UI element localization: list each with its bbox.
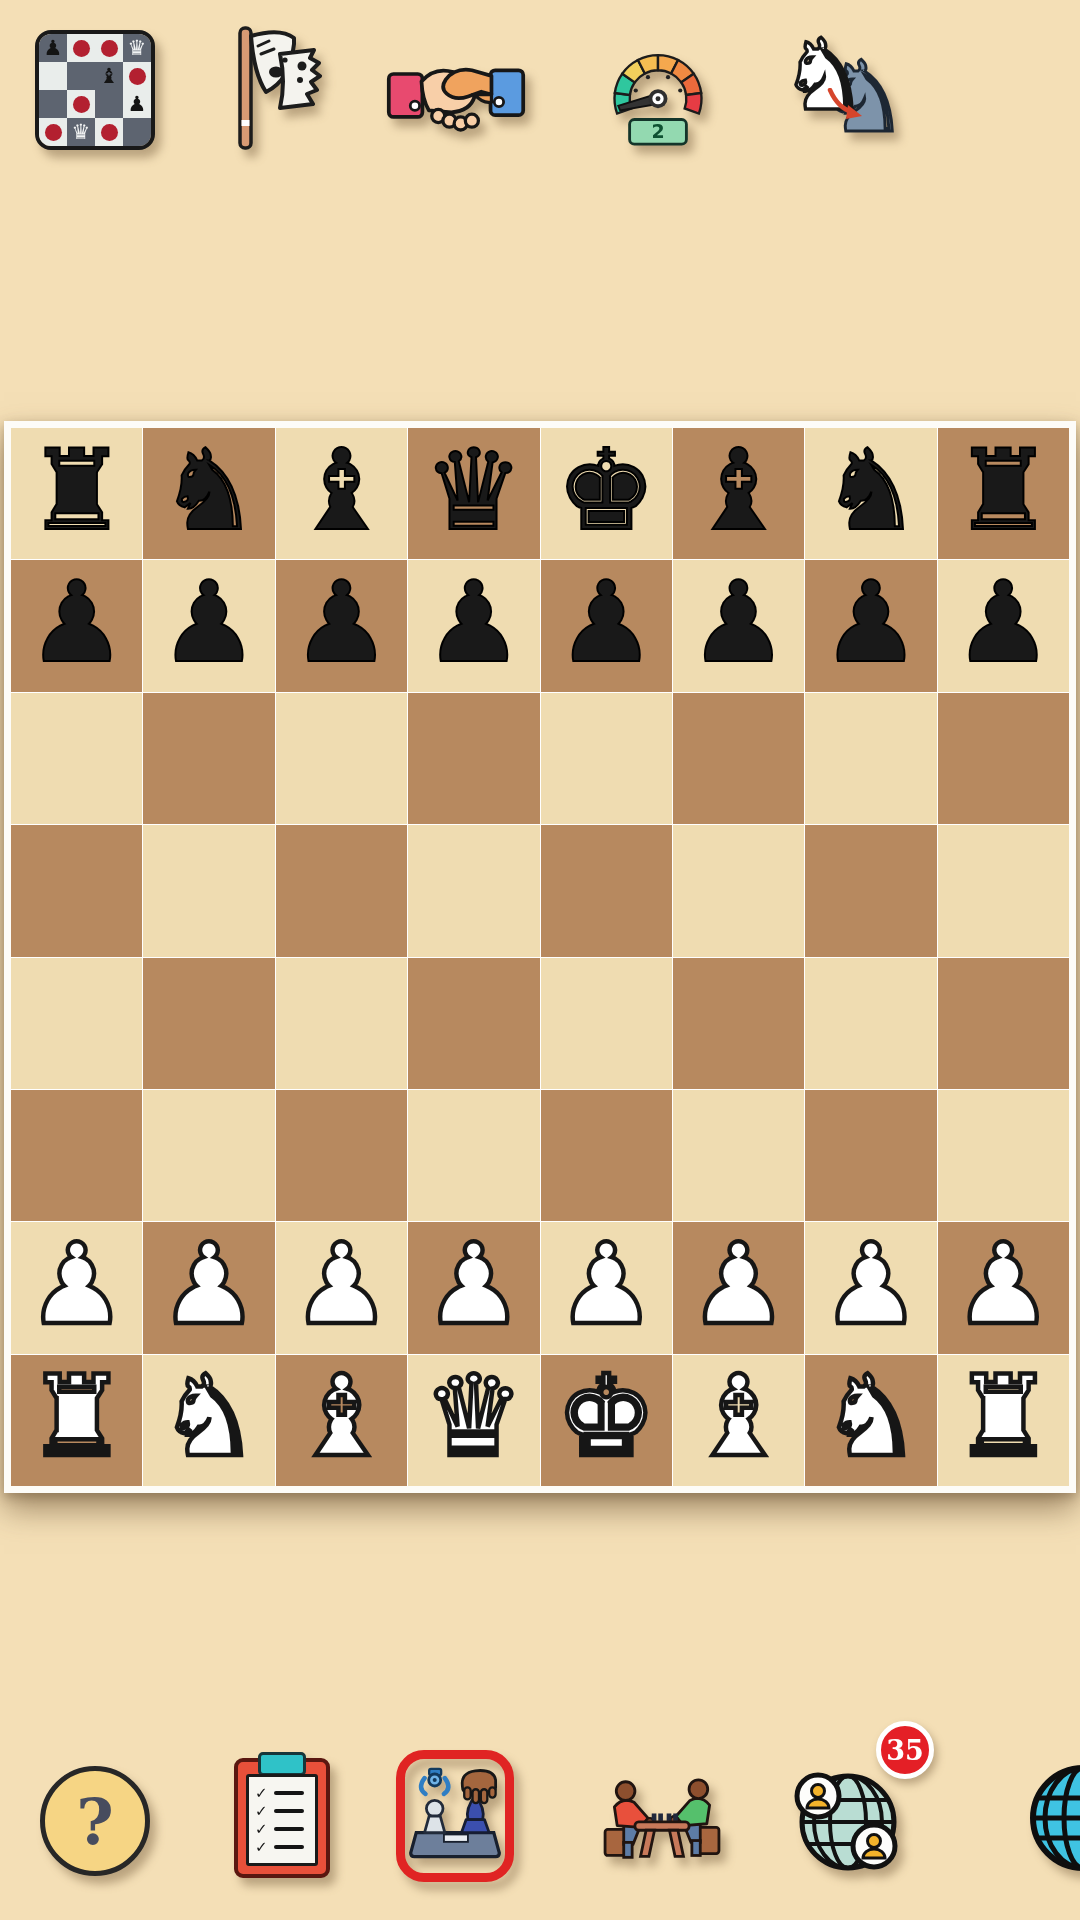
mini-cell: ♝ bbox=[95, 62, 123, 90]
square-g2[interactable]: ♟ bbox=[805, 1222, 936, 1353]
white-knight: ♞ bbox=[159, 1360, 259, 1472]
square-c2[interactable]: ♟ bbox=[276, 1222, 407, 1353]
mini-cell: ♛ bbox=[67, 118, 95, 146]
black-pawn: ♟ bbox=[953, 566, 1053, 678]
switch-sides-button[interactable]: ♞ ♞ bbox=[780, 26, 906, 148]
red-dot-icon bbox=[45, 124, 62, 141]
square-h5[interactable] bbox=[938, 825, 1069, 956]
mini-cell bbox=[39, 118, 67, 146]
mini-cell bbox=[67, 34, 95, 62]
square-c8[interactable]: ♝ bbox=[276, 428, 407, 559]
square-e8[interactable]: ♚ bbox=[541, 428, 672, 559]
square-a3[interactable] bbox=[11, 1090, 142, 1221]
resign-button[interactable] bbox=[222, 22, 330, 158]
mini-cell: ♛ bbox=[123, 34, 151, 62]
handshake-icon bbox=[386, 46, 526, 144]
square-g8[interactable]: ♞ bbox=[805, 428, 936, 559]
square-a1[interactable]: ♜ bbox=[11, 1355, 142, 1486]
mini-cell: ♟ bbox=[39, 34, 67, 62]
square-c1[interactable]: ♝ bbox=[276, 1355, 407, 1486]
black-pawn: ♟ bbox=[688, 566, 788, 678]
mini-pawn-icon: ♟ bbox=[128, 94, 147, 115]
square-f2[interactable]: ♟ bbox=[673, 1222, 804, 1353]
black-bishop: ♝ bbox=[688, 434, 788, 546]
clipboard-clip bbox=[258, 1752, 306, 1776]
square-e4[interactable] bbox=[541, 958, 672, 1089]
mini-cell bbox=[95, 118, 123, 146]
square-c5[interactable] bbox=[276, 825, 407, 956]
hand-vs-robot-chess-icon bbox=[407, 1763, 503, 1869]
red-dot-icon bbox=[129, 68, 146, 85]
square-b6[interactable] bbox=[143, 693, 274, 824]
square-e3[interactable] bbox=[541, 1090, 672, 1221]
black-bishop: ♝ bbox=[291, 434, 391, 546]
board-puzzle-button[interactable]: ♟♛♝♟♛ bbox=[35, 30, 155, 150]
square-d1[interactable]: ♛ bbox=[408, 1355, 539, 1486]
black-queen: ♛ bbox=[424, 434, 524, 546]
square-g5[interactable] bbox=[805, 825, 936, 956]
speed-gauge-icon: 2 bbox=[600, 40, 716, 146]
square-a4[interactable] bbox=[11, 958, 142, 1089]
globe-icon bbox=[1026, 1763, 1080, 1873]
square-d4[interactable] bbox=[408, 958, 539, 1089]
black-pawn: ♟ bbox=[556, 566, 656, 678]
white-rook: ♜ bbox=[953, 1360, 1053, 1472]
square-g1[interactable]: ♞ bbox=[805, 1355, 936, 1486]
square-c6[interactable] bbox=[276, 693, 407, 824]
online-count-badge: 35 bbox=[876, 1721, 934, 1779]
red-dot-icon bbox=[73, 96, 90, 113]
square-g3[interactable] bbox=[805, 1090, 936, 1221]
mini-cell bbox=[123, 118, 151, 146]
white-pawn: ♟ bbox=[26, 1228, 126, 1340]
white-pawn: ♟ bbox=[291, 1228, 391, 1340]
chess-board-frame: ♜♞♝♛♚♝♞♜♟♟♟♟♟♟♟♟♟♟♟♟♟♟♟♟♜♞♝♛♚♝♞♜ bbox=[4, 421, 1076, 1493]
white-pawn: ♟ bbox=[688, 1228, 788, 1340]
square-b4[interactable] bbox=[143, 958, 274, 1089]
mini-crown-icon: ♛ bbox=[72, 122, 91, 143]
white-pawn: ♟ bbox=[953, 1228, 1053, 1340]
square-h4[interactable] bbox=[938, 958, 1069, 1089]
square-h6[interactable] bbox=[938, 693, 1069, 824]
help-button[interactable]: ? bbox=[40, 1766, 150, 1876]
square-f6[interactable] bbox=[673, 693, 804, 824]
black-pawn: ♟ bbox=[159, 566, 259, 678]
offer-draw-button[interactable] bbox=[386, 46, 526, 148]
swap-arrow-icon bbox=[826, 88, 866, 122]
black-knight: ♞ bbox=[821, 434, 921, 546]
mini-cell: ♟ bbox=[123, 90, 151, 118]
black-pawn: ♟ bbox=[424, 566, 524, 678]
square-b1[interactable]: ♞ bbox=[143, 1355, 274, 1486]
black-knight: ♞ bbox=[159, 434, 259, 546]
square-b8[interactable]: ♞ bbox=[143, 428, 274, 559]
question-mark-icon: ? bbox=[40, 1766, 150, 1876]
square-g7[interactable]: ♟ bbox=[805, 560, 936, 691]
white-rook: ♜ bbox=[26, 1360, 126, 1472]
square-a5[interactable] bbox=[11, 825, 142, 956]
white-king: ♚ bbox=[556, 1360, 656, 1472]
mini-chessboard-icon: ♟♛♝♟♛ bbox=[35, 30, 155, 150]
black-rook: ♜ bbox=[953, 434, 1053, 546]
white-queen: ♛ bbox=[424, 1360, 524, 1472]
square-a2[interactable]: ♟ bbox=[11, 1222, 142, 1353]
square-c3[interactable] bbox=[276, 1090, 407, 1221]
square-h8[interactable]: ♜ bbox=[938, 428, 1069, 559]
square-d7[interactable]: ♟ bbox=[408, 560, 539, 691]
square-g6[interactable] bbox=[805, 693, 936, 824]
square-h7[interactable]: ♟ bbox=[938, 560, 1069, 691]
mini-cell bbox=[39, 62, 67, 90]
square-d2[interactable]: ♟ bbox=[408, 1222, 539, 1353]
white-pawn: ♟ bbox=[424, 1228, 524, 1340]
red-dot-icon bbox=[101, 124, 118, 141]
square-g4[interactable] bbox=[805, 958, 936, 1089]
mini-pawn-icon: ♟ bbox=[44, 38, 63, 59]
checklist-clipboard-icon: ✓ ✓ ✓ ✓ bbox=[234, 1758, 330, 1878]
selected-outline bbox=[396, 1750, 514, 1882]
mini-cell bbox=[67, 62, 95, 90]
players-at-table-icon bbox=[592, 1772, 732, 1868]
move-list-button[interactable]: ✓ ✓ ✓ ✓ bbox=[234, 1758, 330, 1878]
square-e1[interactable]: ♚ bbox=[541, 1355, 672, 1486]
question-mark-label: ? bbox=[76, 1784, 114, 1859]
play-local-two-players-button[interactable] bbox=[592, 1772, 732, 1872]
chess-board: ♜♞♝♛♚♝♞♜♟♟♟♟♟♟♟♟♟♟♟♟♟♟♟♟♜♞♝♛♚♝♞♜ bbox=[11, 428, 1069, 1486]
square-d6[interactable] bbox=[408, 693, 539, 824]
mini-cell bbox=[95, 90, 123, 118]
two-knights-swap-icon: ♞ ♞ bbox=[780, 26, 906, 148]
white-pawn: ♟ bbox=[556, 1228, 656, 1340]
black-pawn: ♟ bbox=[821, 566, 921, 678]
chess-app-screen: ♟♛♝♟♛ bbox=[0, 0, 1080, 1920]
white-bishop: ♝ bbox=[291, 1360, 391, 1472]
square-e7[interactable]: ♟ bbox=[541, 560, 672, 691]
clipboard-paper: ✓ ✓ ✓ ✓ bbox=[246, 1774, 318, 1866]
black-pawn: ♟ bbox=[291, 566, 391, 678]
square-e5[interactable] bbox=[541, 825, 672, 956]
square-e2[interactable]: ♟ bbox=[541, 1222, 672, 1353]
white-knight: ♞ bbox=[821, 1360, 921, 1472]
square-d8[interactable]: ♛ bbox=[408, 428, 539, 559]
black-king: ♚ bbox=[556, 434, 656, 546]
square-b2[interactable]: ♟ bbox=[143, 1222, 274, 1353]
red-dot-icon bbox=[73, 40, 90, 57]
square-f3[interactable] bbox=[673, 1090, 804, 1221]
square-d5[interactable] bbox=[408, 825, 539, 956]
white-pawn: ♟ bbox=[821, 1228, 921, 1340]
square-f5[interactable] bbox=[673, 825, 804, 956]
mini-cell bbox=[95, 34, 123, 62]
square-f8[interactable]: ♝ bbox=[673, 428, 804, 559]
difficulty-value: 2 bbox=[651, 120, 664, 142]
square-f4[interactable] bbox=[673, 958, 804, 1089]
black-rook: ♜ bbox=[26, 434, 126, 546]
globe-users-icon bbox=[790, 1760, 910, 1880]
red-dot-icon bbox=[101, 40, 118, 57]
square-a6[interactable] bbox=[11, 693, 142, 824]
play-vs-computer-button[interactable] bbox=[396, 1750, 514, 1882]
square-b5[interactable] bbox=[143, 825, 274, 956]
square-h2[interactable]: ♟ bbox=[938, 1222, 1069, 1353]
mini-cell bbox=[39, 90, 67, 118]
difficulty-level-button[interactable]: 2 bbox=[600, 40, 716, 150]
white-pawn: ♟ bbox=[159, 1228, 259, 1340]
square-d3[interactable] bbox=[408, 1090, 539, 1221]
mini-cell bbox=[67, 90, 95, 118]
world-button[interactable] bbox=[1026, 1763, 1080, 1877]
square-b3[interactable] bbox=[143, 1090, 274, 1221]
black-pawn: ♟ bbox=[26, 566, 126, 678]
white-bishop: ♝ bbox=[688, 1360, 788, 1472]
square-c4[interactable] bbox=[276, 958, 407, 1089]
square-f7[interactable]: ♟ bbox=[673, 560, 804, 691]
square-h1[interactable]: ♜ bbox=[938, 1355, 1069, 1486]
square-a8[interactable]: ♜ bbox=[11, 428, 142, 559]
white-flag-icon bbox=[222, 22, 330, 154]
square-b7[interactable]: ♟ bbox=[143, 560, 274, 691]
online-count-value: 35 bbox=[886, 1735, 924, 1766]
square-c7[interactable]: ♟ bbox=[276, 560, 407, 691]
square-a7[interactable]: ♟ bbox=[11, 560, 142, 691]
play-online-button[interactable] bbox=[790, 1760, 910, 1884]
square-e6[interactable] bbox=[541, 693, 672, 824]
square-f1[interactable]: ♝ bbox=[673, 1355, 804, 1486]
mini-bishop-icon: ♝ bbox=[100, 66, 119, 87]
square-h3[interactable] bbox=[938, 1090, 1069, 1221]
mini-crown-icon: ♛ bbox=[128, 38, 147, 59]
mini-cell bbox=[123, 62, 151, 90]
